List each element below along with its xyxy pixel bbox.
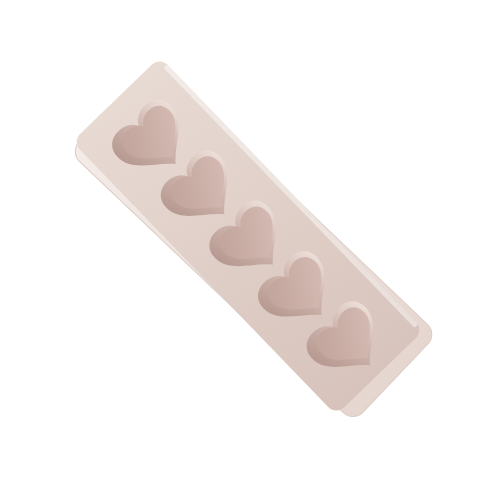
mold-illustration xyxy=(0,0,500,500)
product-photo xyxy=(0,0,500,500)
